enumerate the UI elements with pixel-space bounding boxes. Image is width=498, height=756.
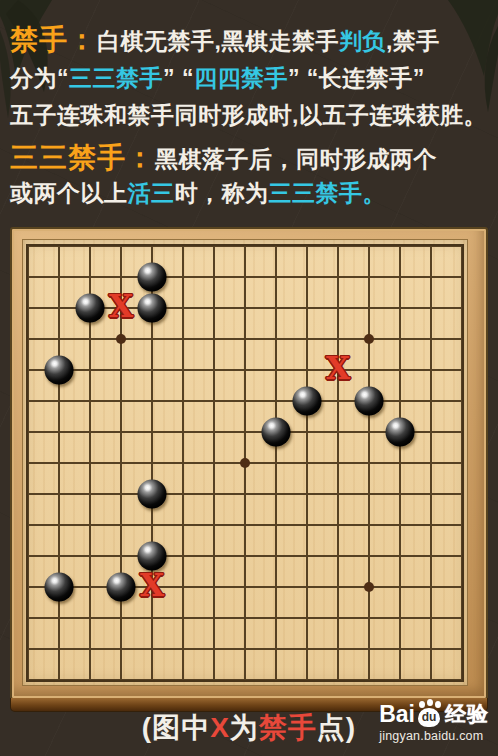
black-stone <box>45 573 74 602</box>
keyword-three-three-2: 三三禁手。 <box>269 180 387 206</box>
three-three-heading: 三三禁手： <box>10 142 155 173</box>
black-stone <box>262 418 291 447</box>
star-point <box>364 334 374 344</box>
star-point <box>116 334 126 344</box>
black-stone <box>138 542 167 571</box>
keyword-three-three: 三三禁手 <box>69 65 163 91</box>
keyword-live-three: 活三 <box>128 180 175 206</box>
forbidden-point-mark: X <box>140 570 164 601</box>
black-stone <box>76 294 105 323</box>
star-point <box>240 458 250 468</box>
black-stone <box>138 263 167 292</box>
rule33-line-2: 或两个以上活三时，称为三三禁手。 <box>10 176 494 210</box>
keyword-four-four: 四四禁手 <box>194 65 288 91</box>
jingyan-label: 经验 <box>445 700 489 728</box>
baidu-logo: Bai du 经验 <box>379 700 489 728</box>
black-stone <box>355 387 384 416</box>
forbidden-point-mark: X <box>109 291 133 322</box>
rule-forbidden-intro: 禁手：白棋无禁手,黑棋走禁手判负,禁手 分为“三三禁手” “四四禁手” “长连禁… <box>10 21 494 134</box>
caption-forbidden: 禁手 <box>259 712 317 743</box>
black-stone <box>138 480 167 509</box>
board-grid: XXX <box>27 245 463 681</box>
gomoku-board-surface[interactable]: XXX <box>22 239 468 686</box>
black-stone <box>107 573 136 602</box>
gomoku-board: XXX <box>10 227 488 700</box>
intro-line-1: 禁手：白棋无禁手,黑棋走禁手判负,禁手 <box>10 21 494 60</box>
black-stone <box>293 387 322 416</box>
black-stone <box>45 356 74 385</box>
keyword-lose: 判负 <box>339 28 386 54</box>
rule33-line-1: 三三禁手：黑棋落子后，同时形成两个 <box>10 141 494 176</box>
star-point <box>364 582 374 592</box>
jingyan-url: jingyan.baidu.com <box>379 729 489 743</box>
black-stone <box>138 294 167 323</box>
baidu-jingyan-watermark: Bai du 经验 jingyan.baidu.com <box>379 700 489 743</box>
caption-x: X <box>210 712 230 743</box>
forbidden-point-mark: X <box>326 353 350 384</box>
tutorial-page: 禁手：白棋无禁手,黑棋走禁手判负,禁手 分为“三三禁手” “四四禁手” “长连禁… <box>0 0 498 756</box>
black-stone <box>386 418 415 447</box>
baidu-paw-icon: du <box>416 701 443 728</box>
rule-three-three-section: 三三禁手：黑棋落子后，同时形成两个 或两个以上活三时，称为三三禁手。 <box>10 141 494 210</box>
forbidden-heading: 禁手： <box>10 24 97 55</box>
intro-line-2: 分为“三三禁手” “四四禁手” “长连禁手” <box>10 60 494 97</box>
intro-line-3: 五子连珠和禁手同时形成时,以五子连珠获胜。 <box>10 97 494 134</box>
